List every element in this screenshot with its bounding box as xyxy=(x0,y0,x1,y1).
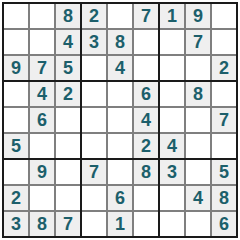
cell-r8c7[interactable] xyxy=(160,186,184,210)
cell-r6c2[interactable] xyxy=(30,134,54,158)
box-2-1: 4265 xyxy=(4,82,80,158)
cell-r1c7: 1 xyxy=(160,4,184,28)
cell-r1c4: 2 xyxy=(82,4,106,28)
cell-r1c8: 9 xyxy=(186,4,210,28)
cell-r3c1: 9 xyxy=(4,56,28,80)
cell-r7c3[interactable] xyxy=(56,160,80,184)
cell-r8c6[interactable] xyxy=(134,186,158,210)
box-1-1: 84975 xyxy=(4,4,80,80)
cell-r8c1: 2 xyxy=(4,186,28,210)
cell-r3c8[interactable] xyxy=(186,56,210,80)
cell-r7c2: 9 xyxy=(30,160,54,184)
cell-r2c1[interactable] xyxy=(4,30,28,54)
cell-r8c8: 4 xyxy=(186,186,210,210)
cell-r7c1[interactable] xyxy=(4,160,28,184)
cell-r7c5[interactable] xyxy=(108,160,132,184)
cell-r3c6[interactable] xyxy=(134,56,158,80)
cell-r8c2[interactable] xyxy=(30,186,54,210)
cell-r5c3[interactable] xyxy=(56,108,80,132)
cell-r7c4: 7 xyxy=(82,160,106,184)
cell-r5c2: 6 xyxy=(30,108,54,132)
cell-r2c5: 8 xyxy=(108,30,132,54)
cell-r3c9: 2 xyxy=(212,56,236,80)
box-3-1: 92387 xyxy=(4,160,80,236)
cell-r2c9[interactable] xyxy=(212,30,236,54)
box-1-2: 27384 xyxy=(82,4,158,80)
cell-r2c7[interactable] xyxy=(160,30,184,54)
cell-r4c3: 2 xyxy=(56,82,80,106)
cell-r3c7[interactable] xyxy=(160,56,184,80)
cell-r7c9: 5 xyxy=(212,160,236,184)
cell-r9c9: 6 xyxy=(212,212,236,236)
cell-r8c3[interactable] xyxy=(56,186,80,210)
cell-r5c5[interactable] xyxy=(108,108,132,132)
cell-r7c7: 3 xyxy=(160,160,184,184)
cell-r5c7[interactable] xyxy=(160,108,184,132)
cell-r6c4[interactable] xyxy=(82,134,106,158)
cell-r6c3[interactable] xyxy=(56,134,80,158)
box-1-3: 1972 xyxy=(160,4,236,80)
cell-r4c9[interactable] xyxy=(212,82,236,106)
cell-r6c8[interactable] xyxy=(186,134,210,158)
sudoku-grid: 84975273841972426564287492387786135486 xyxy=(4,4,236,236)
cell-r6c1: 5 xyxy=(4,134,28,158)
cell-r1c5[interactable] xyxy=(108,4,132,28)
cell-r4c1[interactable] xyxy=(4,82,28,106)
cell-r5c9: 7 xyxy=(212,108,236,132)
cell-r4c5[interactable] xyxy=(108,82,132,106)
cell-r1c9[interactable] xyxy=(212,4,236,28)
cell-r9c1: 3 xyxy=(4,212,28,236)
cell-r8c5: 6 xyxy=(108,186,132,210)
cell-r4c6: 6 xyxy=(134,82,158,106)
box-2-2: 642 xyxy=(82,82,158,158)
box-2-3: 874 xyxy=(160,82,236,158)
cell-r2c3: 4 xyxy=(56,30,80,54)
cell-r9c4[interactable] xyxy=(82,212,106,236)
cell-r1c3: 8 xyxy=(56,4,80,28)
cell-r9c2: 8 xyxy=(30,212,54,236)
cell-r4c8: 8 xyxy=(186,82,210,106)
cell-r9c5: 1 xyxy=(108,212,132,236)
board-frame: 84975273841972426564287492387786135486 xyxy=(2,2,238,238)
cell-r9c6[interactable] xyxy=(134,212,158,236)
cell-r6c6: 2 xyxy=(134,134,158,158)
cell-r4c2: 4 xyxy=(30,82,54,106)
cell-r3c3: 5 xyxy=(56,56,80,80)
cell-r4c7[interactable] xyxy=(160,82,184,106)
cell-r7c6: 8 xyxy=(134,160,158,184)
cell-r8c4[interactable] xyxy=(82,186,106,210)
cell-r6c7: 4 xyxy=(160,134,184,158)
cell-r9c8[interactable] xyxy=(186,212,210,236)
cell-r2c4: 3 xyxy=(82,30,106,54)
cell-r3c2: 7 xyxy=(30,56,54,80)
sudoku-board: 84975273841972426564287492387786135486 xyxy=(0,0,240,240)
cell-r7c8[interactable] xyxy=(186,160,210,184)
cell-r5c8[interactable] xyxy=(186,108,210,132)
cell-r3c5: 4 xyxy=(108,56,132,80)
cell-r9c7[interactable] xyxy=(160,212,184,236)
cell-r1c6: 7 xyxy=(134,4,158,28)
cell-r1c2[interactable] xyxy=(30,4,54,28)
cell-r6c9[interactable] xyxy=(212,134,236,158)
cell-r2c6[interactable] xyxy=(134,30,158,54)
box-3-3: 35486 xyxy=(160,160,236,236)
cell-r3c4[interactable] xyxy=(82,56,106,80)
cell-r8c9: 8 xyxy=(212,186,236,210)
cell-r9c3: 7 xyxy=(56,212,80,236)
box-3-2: 7861 xyxy=(82,160,158,236)
cell-r2c2[interactable] xyxy=(30,30,54,54)
cell-r5c6: 4 xyxy=(134,108,158,132)
cell-r4c4[interactable] xyxy=(82,82,106,106)
cell-r5c1[interactable] xyxy=(4,108,28,132)
cell-r1c1[interactable] xyxy=(4,4,28,28)
cell-r6c5[interactable] xyxy=(108,134,132,158)
cell-r2c8: 7 xyxy=(186,30,210,54)
cell-r5c4[interactable] xyxy=(82,108,106,132)
